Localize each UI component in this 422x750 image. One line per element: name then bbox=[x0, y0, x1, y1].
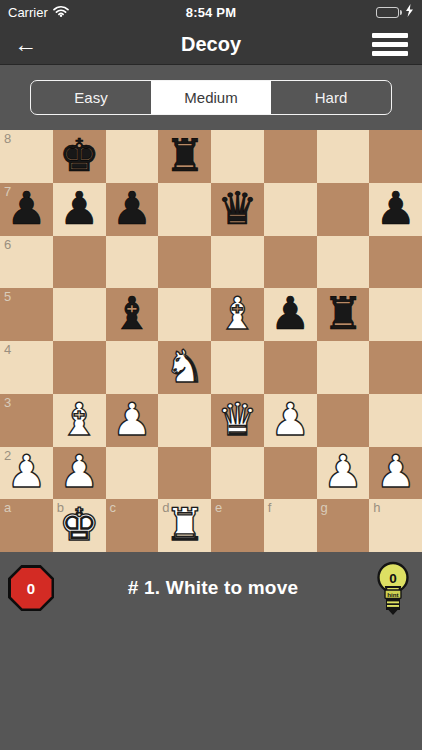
square-b3[interactable]: ♝ bbox=[53, 394, 106, 447]
square-c1[interactable]: c bbox=[106, 499, 159, 552]
white-rook[interactable]: ♜ bbox=[164, 502, 204, 547]
square-a2[interactable]: 2♟ bbox=[0, 447, 53, 500]
charging-bolt-icon bbox=[405, 4, 414, 20]
white-pawn[interactable]: ♟ bbox=[112, 397, 152, 442]
square-d1[interactable]: d♜ bbox=[158, 499, 211, 552]
battery-icon bbox=[376, 7, 402, 18]
square-e8[interactable] bbox=[211, 130, 264, 183]
square-e5[interactable]: ♝ bbox=[211, 288, 264, 341]
status-bar: Carrier 8:54 PM bbox=[0, 0, 422, 24]
hint-count: 0 bbox=[389, 571, 397, 586]
tab-hard[interactable]: Hard bbox=[271, 81, 391, 114]
hamburger-menu-icon[interactable] bbox=[348, 33, 408, 56]
white-pawn[interactable]: ♟ bbox=[59, 449, 99, 494]
square-f3[interactable]: ♟ bbox=[264, 394, 317, 447]
white-king[interactable]: ♚ bbox=[59, 502, 99, 547]
square-f5[interactable]: ♟ bbox=[264, 288, 317, 341]
square-d3[interactable] bbox=[158, 394, 211, 447]
square-b6[interactable] bbox=[53, 236, 106, 289]
black-pawn[interactable]: ♟ bbox=[59, 186, 99, 231]
square-a7[interactable]: 7♟ bbox=[0, 183, 53, 236]
square-c5[interactable]: ♝ bbox=[106, 288, 159, 341]
square-g4[interactable] bbox=[317, 341, 370, 394]
black-king[interactable]: ♚ bbox=[59, 133, 99, 178]
white-pawn[interactable]: ♟ bbox=[323, 449, 363, 494]
square-c3[interactable]: ♟ bbox=[106, 394, 159, 447]
black-bishop[interactable]: ♝ bbox=[112, 291, 152, 336]
white-pawn[interactable]: ♟ bbox=[270, 397, 310, 442]
square-h4[interactable] bbox=[369, 341, 422, 394]
clock: 8:54 PM bbox=[138, 5, 284, 20]
square-h5[interactable] bbox=[369, 288, 422, 341]
coordinate-label-3: 3 bbox=[4, 395, 11, 411]
coordinate-label-5: 5 bbox=[4, 289, 11, 305]
square-d4[interactable]: ♞ bbox=[158, 341, 211, 394]
coordinate-label-h: h bbox=[373, 500, 380, 516]
square-e1[interactable]: e bbox=[211, 499, 264, 552]
back-button[interactable]: ← bbox=[14, 33, 74, 56]
square-c8[interactable] bbox=[106, 130, 159, 183]
square-a5[interactable]: 5 bbox=[0, 288, 53, 341]
coordinate-label-c: c bbox=[110, 500, 117, 516]
square-h8[interactable] bbox=[369, 130, 422, 183]
square-f8[interactable] bbox=[264, 130, 317, 183]
square-g3[interactable] bbox=[317, 394, 370, 447]
square-h2[interactable]: ♟ bbox=[369, 447, 422, 500]
square-h6[interactable] bbox=[369, 236, 422, 289]
coordinate-label-6: 6 bbox=[4, 237, 11, 253]
wrong-moves-count: 0 bbox=[27, 580, 35, 597]
wrong-moves-counter: 0 bbox=[8, 565, 54, 611]
black-queen[interactable]: ♛ bbox=[217, 186, 257, 231]
black-pawn[interactable]: ♟ bbox=[375, 186, 415, 231]
square-e7[interactable]: ♛ bbox=[211, 183, 264, 236]
coordinate-label-4: 4 bbox=[4, 342, 11, 358]
white-bishop[interactable]: ♝ bbox=[217, 291, 257, 336]
square-d6[interactable] bbox=[158, 236, 211, 289]
square-c7[interactable]: ♟ bbox=[106, 183, 159, 236]
square-e2[interactable] bbox=[211, 447, 264, 500]
square-b2[interactable]: ♟ bbox=[53, 447, 106, 500]
square-h3[interactable] bbox=[369, 394, 422, 447]
white-queen[interactable]: ♛ bbox=[217, 397, 257, 442]
white-knight[interactable]: ♞ bbox=[164, 344, 204, 389]
square-g6[interactable] bbox=[317, 236, 370, 289]
square-d5[interactable] bbox=[158, 288, 211, 341]
square-g8[interactable] bbox=[317, 130, 370, 183]
square-g5[interactable]: ♜ bbox=[317, 288, 370, 341]
black-rook[interactable]: ♜ bbox=[323, 291, 363, 336]
square-e4[interactable] bbox=[211, 341, 264, 394]
tab-medium[interactable]: Medium bbox=[151, 81, 271, 114]
square-f6[interactable] bbox=[264, 236, 317, 289]
square-f7[interactable] bbox=[264, 183, 317, 236]
navigation-bar: ← Decoy bbox=[0, 24, 422, 64]
square-b8[interactable]: ♚ bbox=[53, 130, 106, 183]
black-pawn[interactable]: ♟ bbox=[6, 186, 46, 231]
difficulty-tab-area: Easy Medium Hard bbox=[0, 65, 422, 130]
square-h7[interactable]: ♟ bbox=[369, 183, 422, 236]
page-title: Decoy bbox=[74, 33, 348, 56]
square-b1[interactable]: b♚ bbox=[53, 499, 106, 552]
square-g7[interactable] bbox=[317, 183, 370, 236]
square-e3[interactable]: ♛ bbox=[211, 394, 264, 447]
square-e6[interactable] bbox=[211, 236, 264, 289]
square-f2[interactable] bbox=[264, 447, 317, 500]
difficulty-segmented-control: Easy Medium Hard bbox=[30, 80, 392, 115]
square-a6[interactable]: 6 bbox=[0, 236, 53, 289]
square-d8[interactable]: ♜ bbox=[158, 130, 211, 183]
hint-label: hint bbox=[387, 591, 398, 598]
puzzle-status-text: # 1. White to move bbox=[54, 577, 372, 599]
white-bishop[interactable]: ♝ bbox=[59, 397, 99, 442]
coordinate-label-f: f bbox=[268, 500, 272, 516]
hint-button[interactable]: hint 0 bbox=[372, 560, 414, 616]
square-d7[interactable] bbox=[158, 183, 211, 236]
square-a1[interactable]: a bbox=[0, 499, 53, 552]
square-c6[interactable] bbox=[106, 236, 159, 289]
square-d2[interactable] bbox=[158, 447, 211, 500]
black-pawn[interactable]: ♟ bbox=[112, 186, 152, 231]
square-f1[interactable]: f bbox=[264, 499, 317, 552]
square-b5[interactable] bbox=[53, 288, 106, 341]
square-c2[interactable] bbox=[106, 447, 159, 500]
coordinate-label-g: g bbox=[321, 500, 328, 516]
square-a3[interactable]: 3 bbox=[0, 394, 53, 447]
wifi-icon bbox=[53, 5, 69, 20]
coordinate-label-e: e bbox=[215, 500, 222, 516]
square-b7[interactable]: ♟ bbox=[53, 183, 106, 236]
square-h1[interactable]: h bbox=[369, 499, 422, 552]
square-a8[interactable]: 8 bbox=[0, 130, 53, 183]
coordinate-label-a: a bbox=[4, 500, 11, 516]
footer-area: 0 # 1. White to move hint 0 bbox=[0, 552, 422, 750]
chess-board[interactable]: 8♚♜7♟♟♟♛♟65♝♝♟♜4♞3♝♟♛♟2♟♟♟♟ab♚cd♜efgh bbox=[0, 130, 422, 552]
square-b4[interactable] bbox=[53, 341, 106, 394]
square-c4[interactable] bbox=[106, 341, 159, 394]
tab-easy[interactable]: Easy bbox=[31, 81, 151, 114]
black-rook[interactable]: ♜ bbox=[164, 133, 204, 178]
white-pawn[interactable]: ♟ bbox=[6, 449, 46, 494]
top-bars: Carrier 8:54 PM ← bbox=[0, 0, 422, 65]
square-a4[interactable]: 4 bbox=[0, 341, 53, 394]
square-g1[interactable]: g bbox=[317, 499, 370, 552]
square-f4[interactable] bbox=[264, 341, 317, 394]
black-pawn[interactable]: ♟ bbox=[270, 291, 310, 336]
white-pawn[interactable]: ♟ bbox=[375, 449, 415, 494]
square-g2[interactable]: ♟ bbox=[317, 447, 370, 500]
coordinate-label-8: 8 bbox=[4, 131, 11, 147]
carrier-label: Carrier bbox=[8, 5, 48, 20]
